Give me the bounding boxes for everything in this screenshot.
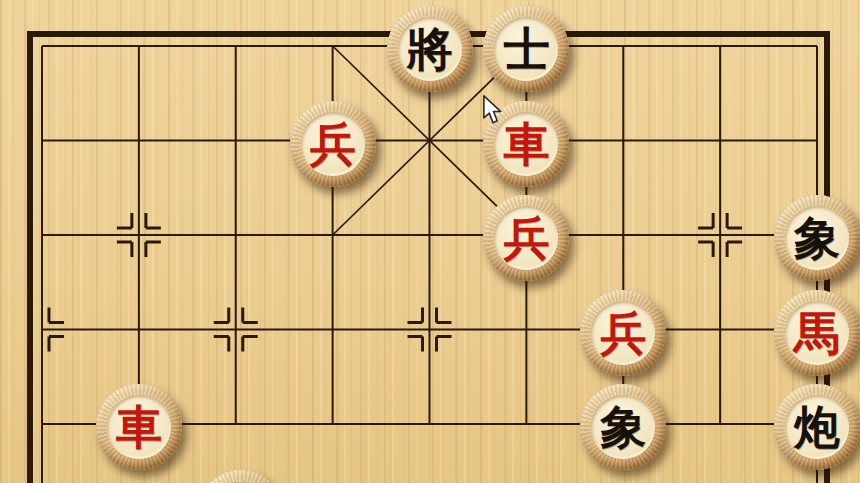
piece-black-elephant[interactable]: 象	[774, 195, 860, 281]
piece-black-cannon[interactable]: 炮	[774, 384, 860, 470]
piece-character: 馬	[774, 290, 860, 376]
piece-red-soldier[interactable]: 兵	[290, 101, 376, 187]
piece-character: 兵	[290, 101, 376, 187]
piece-character: 炮	[774, 384, 860, 470]
piece-red-soldier[interactable]: 兵	[483, 195, 569, 281]
piece-black-advisor[interactable]: 士	[483, 6, 569, 92]
xiangqi-game-screen: 將士兵車兵象兵馬車象炮	[0, 0, 860, 483]
mouse-cursor	[482, 95, 504, 125]
piece-black-elephant[interactable]: 象	[580, 384, 666, 470]
piece-character: 兵	[580, 290, 666, 376]
piece-character: 象	[580, 384, 666, 470]
piece-red-chariot[interactable]: 車	[96, 384, 182, 470]
piece-character: 象	[774, 195, 860, 281]
piece-character: 士	[483, 6, 569, 92]
piece-character: 將	[387, 6, 473, 92]
piece-character: 兵	[483, 195, 569, 281]
piece-black-general[interactable]: 將	[387, 6, 473, 92]
piece-red-soldier[interactable]: 兵	[580, 290, 666, 376]
piece-character: 車	[96, 384, 182, 470]
piece-red-horse[interactable]: 馬	[774, 290, 860, 376]
